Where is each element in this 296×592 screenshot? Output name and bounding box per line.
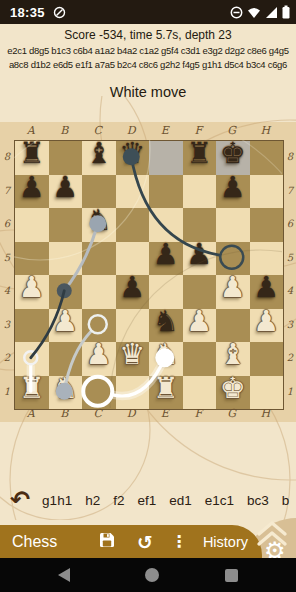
square-g4[interactable]: ♟ xyxy=(216,275,250,309)
rank-label-right-1: 1 xyxy=(284,375,296,409)
piece-white-pawn[interactable]: ♟ xyxy=(216,271,250,305)
square-e5[interactable]: ♟ xyxy=(149,242,183,276)
recents-icon[interactable] xyxy=(225,569,238,582)
square-b6[interactable] xyxy=(49,208,83,242)
engine-score-line: Score -534, time 5.7s, depth 23 xyxy=(0,28,296,42)
rank-label-left-4: 4 xyxy=(1,274,13,308)
piece-black-rook[interactable]: ♜ xyxy=(15,137,49,171)
square-e8[interactable] xyxy=(149,141,183,175)
file-label-top-c: C xyxy=(81,124,115,137)
back-icon[interactable] xyxy=(58,568,70,582)
rank-label-right-7: 7 xyxy=(284,174,296,208)
candidate-move-ed1[interactable]: ed1 xyxy=(169,493,192,508)
square-h1[interactable] xyxy=(250,376,284,410)
piece-black-pawn[interactable]: ♟ xyxy=(183,238,217,272)
file-label-bottom-e: E xyxy=(148,407,182,420)
rank-label-right-8: 8 xyxy=(284,140,296,174)
turn-indicator: White move xyxy=(0,84,296,100)
undo-move-button[interactable]: ↶ xyxy=(10,487,30,513)
square-f1[interactable] xyxy=(183,376,217,410)
rank-label-left-6: 6 xyxy=(1,207,13,241)
candidate-move-b[interactable]: b xyxy=(282,493,290,508)
app-screen: 18:35 xyxy=(0,0,296,592)
candidate-move-g1h1[interactable]: g1h1 xyxy=(42,493,72,508)
rank-label-left-3: 3 xyxy=(1,308,13,342)
square-a4[interactable]: ♟ xyxy=(15,275,49,309)
bottom-app-bar: Chess ↺ ⋮ History xyxy=(0,525,262,558)
notification-icon xyxy=(53,6,66,19)
battery-icon xyxy=(282,5,290,19)
android-nav-bar xyxy=(0,558,296,592)
candidate-move-ef1[interactable]: ef1 xyxy=(137,493,156,508)
do-not-disturb-icon xyxy=(230,6,243,19)
file-label-top-b: B xyxy=(48,124,82,137)
square-g1[interactable]: ♚ xyxy=(216,376,250,410)
file-label-top-g: G xyxy=(215,124,249,137)
engine-pv-line-1: e2c1 d8g5 b1c3 c6b4 a1a2 b4a2 c1a2 g5f4 … xyxy=(0,45,296,56)
rank-label-left-5: 5 xyxy=(1,241,13,275)
square-c1[interactable] xyxy=(82,376,116,410)
cell-signal-icon xyxy=(265,6,278,19)
home-icon[interactable] xyxy=(145,568,159,582)
square-d7[interactable] xyxy=(116,175,150,209)
rank-label-right-2: 2 xyxy=(284,341,296,375)
file-label-bottom-f: F xyxy=(182,407,216,420)
piece-black-pawn[interactable]: ♟ xyxy=(116,271,150,305)
square-d8[interactable]: ♛ xyxy=(116,141,150,175)
piece-white-queen[interactable]: ♛ xyxy=(116,338,150,372)
piece-white-knight[interactable]: ♞ xyxy=(149,338,183,372)
piece-white-bishop[interactable]: ♝ xyxy=(216,338,250,372)
piece-black-pawn[interactable]: ♟ xyxy=(49,171,83,205)
square-f2[interactable] xyxy=(183,342,217,376)
square-h2[interactable] xyxy=(250,342,284,376)
square-b3[interactable]: ♟ xyxy=(49,309,83,343)
square-b5[interactable] xyxy=(49,242,83,276)
file-label-bottom-d: D xyxy=(115,407,149,420)
piece-white-knight[interactable]: ♞ xyxy=(49,372,83,406)
square-c4[interactable] xyxy=(82,275,116,309)
square-c5[interactable] xyxy=(82,242,116,276)
square-h3[interactable]: ♟ xyxy=(250,309,284,343)
history-button[interactable]: History xyxy=(203,534,248,550)
square-h6[interactable] xyxy=(250,208,284,242)
piece-white-king[interactable]: ♚ xyxy=(216,372,250,406)
file-label-top-e: E xyxy=(148,124,182,137)
file-label-top-d: D xyxy=(115,124,149,137)
square-b7[interactable]: ♟ xyxy=(49,175,83,209)
square-f7[interactable] xyxy=(183,175,217,209)
square-d6[interactable] xyxy=(116,208,150,242)
file-label-top-f: F xyxy=(182,124,216,137)
square-d2[interactable]: ♛ xyxy=(116,342,150,376)
square-c2[interactable]: ♟ xyxy=(82,342,116,376)
rank-label-right-6: 6 xyxy=(284,207,296,241)
file-label-top-a: A xyxy=(14,124,48,137)
file-label-bottom-c: C xyxy=(81,407,115,420)
square-a6[interactable] xyxy=(15,208,49,242)
rank-label-right-3: 3 xyxy=(284,308,296,342)
file-label-bottom-a: A xyxy=(14,407,48,420)
chess-board: ♜♝♛♜♚♟♟♟♞♟♟♟♟♟♟♟♞♟♟♟♛♞♝♜♞♜♚ xyxy=(14,140,284,410)
rank-label-left-8: 8 xyxy=(1,140,13,174)
piece-black-knight[interactable]: ♞ xyxy=(149,305,183,339)
square-a3[interactable] xyxy=(15,309,49,343)
piece-black-bishop[interactable]: ♝ xyxy=(82,137,116,171)
rank-label-left-7: 7 xyxy=(1,174,13,208)
save-icon[interactable] xyxy=(99,532,115,552)
square-f8[interactable]: ♜ xyxy=(183,141,217,175)
rank-label-left-2: 2 xyxy=(1,341,13,375)
file-label-bottom-g: G xyxy=(215,407,249,420)
square-g7[interactable]: ♟ xyxy=(216,175,250,209)
square-a1[interactable]: ♜ xyxy=(15,376,49,410)
rank-label-left-1: 1 xyxy=(1,375,13,409)
piece-white-rook[interactable]: ♜ xyxy=(15,372,49,406)
square-e1[interactable]: ♜ xyxy=(149,376,183,410)
piece-black-king[interactable]: ♚ xyxy=(216,137,250,171)
history-icon[interactable]: ↺ xyxy=(137,533,153,551)
overflow-menu-icon[interactable]: ⋮ xyxy=(171,532,187,551)
candidate-move-bc3[interactable]: bc3 xyxy=(247,493,269,508)
file-label-bottom-b: B xyxy=(48,407,82,420)
piece-black-pawn[interactable]: ♟ xyxy=(149,238,183,272)
clock-time: 18:35 xyxy=(10,5,45,20)
rank-label-right-4: 4 xyxy=(284,274,296,308)
square-g6[interactable] xyxy=(216,208,250,242)
status-bar: 18:35 xyxy=(0,0,296,24)
piece-black-pawn[interactable]: ♟ xyxy=(216,171,250,205)
piece-black-knight[interactable]: ♞ xyxy=(82,204,116,238)
square-h7[interactable] xyxy=(250,175,284,209)
square-e7[interactable] xyxy=(149,175,183,209)
piece-black-rook[interactable]: ♜ xyxy=(183,137,217,171)
piece-black-pawn[interactable]: ♟ xyxy=(250,271,284,305)
square-f5[interactable]: ♟ xyxy=(183,242,217,276)
candidate-move-e1c1[interactable]: e1c1 xyxy=(205,493,234,508)
piece-white-pawn[interactable]: ♟ xyxy=(250,305,284,339)
square-a7[interactable]: ♟ xyxy=(15,175,49,209)
piece-white-pawn[interactable]: ♟ xyxy=(49,305,83,339)
square-b1[interactable]: ♞ xyxy=(49,376,83,410)
wifi-icon xyxy=(247,6,261,19)
candidate-move-h2[interactable]: h2 xyxy=(85,493,100,508)
square-c6[interactable]: ♞ xyxy=(82,208,116,242)
rank-label-right-5: 5 xyxy=(284,241,296,275)
file-label-top-h: H xyxy=(249,124,283,137)
piece-white-pawn[interactable]: ♟ xyxy=(82,338,116,372)
app-title: Chess xyxy=(12,533,57,551)
move-bar: ↶ g1h1h2f2ef1ed1e1c1bc3b xyxy=(0,486,296,514)
square-c8[interactable]: ♝ xyxy=(82,141,116,175)
square-d4[interactable]: ♟ xyxy=(116,275,150,309)
file-label-bottom-h: H xyxy=(249,407,283,420)
piece-black-pawn[interactable]: ♟ xyxy=(15,171,49,205)
piece-black-queen[interactable]: ♛ xyxy=(116,137,150,171)
square-f3[interactable]: ♟ xyxy=(183,309,217,343)
piece-white-rook[interactable]: ♜ xyxy=(149,372,183,406)
piece-white-pawn[interactable]: ♟ xyxy=(15,271,49,305)
square-h8[interactable] xyxy=(250,141,284,175)
square-d1[interactable] xyxy=(116,376,150,410)
candidate-move-f2[interactable]: f2 xyxy=(113,493,124,508)
piece-white-pawn[interactable]: ♟ xyxy=(183,305,217,339)
engine-pv-line-2: a8c8 d1b2 e6d5 e1f1 a7a5 b2c4 c8c6 g2h2 … xyxy=(0,59,296,70)
